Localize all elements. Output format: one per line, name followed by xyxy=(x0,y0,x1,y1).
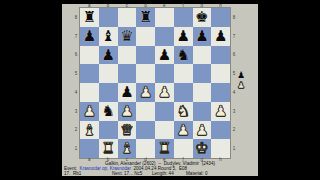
white-pawn: ♟ xyxy=(83,102,96,121)
board: ♜♜♚♟♝♛♟♟♟♟♟♞♟♟♟♟♞♟♞♟♝♛♟♟♜♝♜♚ xyxy=(80,8,230,158)
square-a6 xyxy=(80,46,99,65)
square-h3: ♟ xyxy=(211,102,230,121)
black-knight: ♞ xyxy=(101,102,114,121)
square-f2: ♟ xyxy=(174,121,193,140)
moves-line: 17. Rb1Next: 17... Nc5Length: 44Material… xyxy=(62,172,258,177)
rank-label-5: 5 xyxy=(73,64,79,83)
rank-label-1: 1 xyxy=(231,139,237,158)
square-f5 xyxy=(174,64,193,83)
game-caption: Galkin, Alexander (2602) -- Dudylev, Vla… xyxy=(62,162,258,177)
next-move: Next: 17... Nc5 xyxy=(112,172,152,177)
square-e7 xyxy=(155,27,174,46)
square-c2: ♛ xyxy=(118,121,137,140)
rank-label-3: 3 xyxy=(231,102,237,121)
last-move: 17. Rb1 xyxy=(64,172,112,177)
black-pawn: ♟ xyxy=(214,27,227,46)
black-pawn: ♟ xyxy=(83,27,96,46)
white-pawn: ♟ xyxy=(139,83,152,102)
square-g1: ♚ xyxy=(193,139,212,158)
rank-label-8: 8 xyxy=(73,8,79,27)
square-g2: ♟ xyxy=(193,121,212,140)
square-d5 xyxy=(136,64,155,83)
rank-label-2: 2 xyxy=(73,121,79,140)
square-c3: ♟ xyxy=(118,102,137,121)
rank-label-7: 7 xyxy=(231,27,237,46)
black-king: ♚ xyxy=(195,8,208,27)
square-f6: ♞ xyxy=(174,46,193,65)
square-a5 xyxy=(80,64,99,83)
square-c4: ♟ xyxy=(118,83,137,102)
square-c6 xyxy=(118,46,137,65)
white-pawn: ♟ xyxy=(214,102,227,121)
square-e5 xyxy=(155,64,174,83)
square-b1: ♜ xyxy=(99,139,118,158)
video-frame: abcdefgh 87654321 ♜♜♚♟♝♛♟♟♟♟♟♞♟♟♟♟♞♟♞♟♝♛… xyxy=(0,0,320,180)
square-a2: ♝ xyxy=(80,121,99,140)
game-length: Length: 44 xyxy=(152,172,186,177)
black-bishop: ♝ xyxy=(101,27,114,46)
square-g7: ♟ xyxy=(193,27,212,46)
square-f1 xyxy=(174,139,193,158)
square-f7: ♟ xyxy=(174,27,193,46)
black-knight: ♞ xyxy=(176,46,189,65)
square-c7: ♛ xyxy=(118,27,137,46)
square-d4: ♟ xyxy=(136,83,155,102)
square-b3: ♞ xyxy=(99,102,118,121)
black-rook: ♜ xyxy=(139,8,152,27)
square-c8 xyxy=(118,8,137,27)
square-b6: ♟ xyxy=(99,46,118,65)
square-g3 xyxy=(193,102,212,121)
white-king: ♚ xyxy=(195,139,208,158)
black-pawn: ♟ xyxy=(158,46,171,65)
square-d6 xyxy=(136,46,155,65)
square-e6: ♟ xyxy=(155,46,174,65)
rank-label-6: 6 xyxy=(73,46,79,65)
square-e8 xyxy=(155,8,174,27)
square-b4 xyxy=(99,83,118,102)
square-f8 xyxy=(174,8,193,27)
square-e2 xyxy=(155,121,174,140)
square-c1: ♝ xyxy=(118,139,137,158)
square-h1 xyxy=(211,139,230,158)
square-f4 xyxy=(174,83,193,102)
square-a4 xyxy=(80,83,99,102)
black-pawn: ♟ xyxy=(176,27,189,46)
square-g4 xyxy=(193,83,212,102)
square-h4 xyxy=(211,83,230,102)
black-pawn: ♟ xyxy=(195,27,208,46)
white-rook: ♜ xyxy=(101,139,114,158)
captured-pieces-tray: ♟ ♟ xyxy=(235,70,247,90)
square-h8 xyxy=(211,8,230,27)
white-bishop: ♝ xyxy=(83,121,96,140)
square-f3: ♞ xyxy=(174,102,193,121)
square-d3 xyxy=(136,102,155,121)
captured-white-pawn-icon: ♟ xyxy=(237,80,245,90)
square-a1 xyxy=(80,139,99,158)
white-pawn: ♟ xyxy=(120,102,133,121)
rank-label-2: 2 xyxy=(231,121,237,140)
square-h2 xyxy=(211,121,230,140)
square-g8: ♚ xyxy=(193,8,212,27)
rank-label-4: 4 xyxy=(73,83,79,102)
square-g5 xyxy=(193,64,212,83)
square-e3 xyxy=(155,102,174,121)
black-queen: ♛ xyxy=(120,27,133,46)
diagram-panel: abcdefgh 87654321 ♜♜♚♟♝♛♟♟♟♟♟♞♟♟♟♟♞♟♞♟♝♛… xyxy=(62,4,258,176)
white-queen: ♛ xyxy=(120,121,133,140)
square-b2 xyxy=(99,121,118,140)
rank-labels-left: 87654321 xyxy=(73,8,79,158)
captured-black-pawn-icon: ♟ xyxy=(237,70,245,80)
white-pawn: ♟ xyxy=(176,121,189,140)
square-h6 xyxy=(211,46,230,65)
rank-label-1: 1 xyxy=(73,139,79,158)
white-bishop: ♝ xyxy=(120,139,133,158)
square-a8: ♜ xyxy=(80,8,99,27)
rank-label-8: 8 xyxy=(231,8,237,27)
square-d7 xyxy=(136,27,155,46)
white-rook: ♜ xyxy=(158,139,171,158)
black-pawn: ♟ xyxy=(120,83,133,102)
square-d2 xyxy=(136,121,155,140)
black-rook: ♜ xyxy=(83,8,96,27)
square-e4: ♟ xyxy=(155,83,174,102)
square-a7: ♟ xyxy=(80,27,99,46)
square-b5 xyxy=(99,64,118,83)
white-pawn: ♟ xyxy=(158,83,171,102)
square-h5 xyxy=(211,64,230,83)
rank-label-7: 7 xyxy=(73,27,79,46)
rank-label-3: 3 xyxy=(73,102,79,121)
white-knight: ♞ xyxy=(176,102,189,121)
square-d1 xyxy=(136,139,155,158)
rank-label-6: 6 xyxy=(231,46,237,65)
square-b7: ♝ xyxy=(99,27,118,46)
material-balance: Material: 0 xyxy=(186,172,207,177)
square-e1: ♜ xyxy=(155,139,174,158)
square-h7: ♟ xyxy=(211,27,230,46)
square-g6 xyxy=(193,46,212,65)
black-pawn: ♟ xyxy=(101,46,114,65)
white-pawn: ♟ xyxy=(195,121,208,140)
square-b8 xyxy=(99,8,118,27)
square-a3: ♟ xyxy=(80,102,99,121)
square-c5 xyxy=(118,64,137,83)
square-d8: ♜ xyxy=(136,8,155,27)
